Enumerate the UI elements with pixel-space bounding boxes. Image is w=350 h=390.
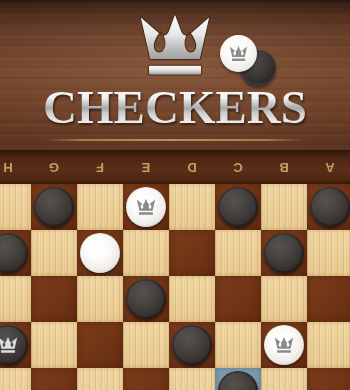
square-A-row4 xyxy=(307,322,350,368)
checkers-board xyxy=(0,184,350,390)
square-F-row2[interactable] xyxy=(77,230,123,276)
black-man[interactable] xyxy=(126,279,166,319)
square-D-row3 xyxy=(169,276,215,322)
square-D-row4[interactable] xyxy=(169,322,215,368)
black-man[interactable] xyxy=(310,187,350,227)
square-H-row2[interactable] xyxy=(0,230,31,276)
white-king[interactable] xyxy=(126,187,166,227)
file-label-H: H xyxy=(0,150,31,184)
crown-icon xyxy=(0,336,19,355)
square-G-row4 xyxy=(31,322,77,368)
square-B-row1 xyxy=(261,184,307,230)
crown-icon xyxy=(135,198,157,217)
file-labels-strip: HGFEDCBA xyxy=(0,150,350,184)
square-B-row3 xyxy=(261,276,307,322)
file-label-G: G xyxy=(31,150,77,184)
square-G-row1[interactable] xyxy=(31,184,77,230)
square-C-row1[interactable] xyxy=(215,184,261,230)
file-label-F: F xyxy=(77,150,123,184)
square-E-row4 xyxy=(123,322,169,368)
file-label-D: D xyxy=(169,150,215,184)
square-C-row4 xyxy=(215,322,261,368)
black-man[interactable] xyxy=(0,233,28,273)
file-label-C: C xyxy=(215,150,261,184)
square-G-row5[interactable] xyxy=(31,368,77,390)
square-F-row5 xyxy=(77,368,123,390)
title-underline xyxy=(45,139,305,141)
square-E-row3[interactable] xyxy=(123,276,169,322)
square-H-row5 xyxy=(0,368,31,390)
file-label-E: E xyxy=(123,150,169,184)
file-label-B: B xyxy=(261,150,307,184)
square-A-row3[interactable] xyxy=(307,276,350,322)
square-E-row5[interactable] xyxy=(123,368,169,390)
header: CHECKERS xyxy=(0,0,350,150)
game-title: CHECKERS xyxy=(0,84,350,131)
square-A-row5[interactable] xyxy=(307,368,350,390)
square-H-row1 xyxy=(0,184,31,230)
square-D-row5 xyxy=(169,368,215,390)
square-C-row5[interactable] xyxy=(215,368,261,390)
square-F-row1 xyxy=(77,184,123,230)
square-F-row4[interactable] xyxy=(77,322,123,368)
crown-icon xyxy=(228,45,249,63)
square-A-row2 xyxy=(307,230,350,276)
square-F-row3 xyxy=(77,276,123,322)
square-C-row2 xyxy=(215,230,261,276)
square-B-row5 xyxy=(261,368,307,390)
crown-icon xyxy=(133,10,217,84)
crown-icon xyxy=(273,336,295,355)
black-man[interactable] xyxy=(218,371,258,390)
file-label-A: A xyxy=(307,150,350,184)
square-A-row1[interactable] xyxy=(307,184,350,230)
white-man[interactable] xyxy=(80,233,120,273)
black-king[interactable] xyxy=(0,325,28,365)
square-C-row3[interactable] xyxy=(215,276,261,322)
black-man[interactable] xyxy=(172,325,212,365)
white-king[interactable] xyxy=(264,325,304,365)
square-B-row2[interactable] xyxy=(261,230,307,276)
square-H-row4[interactable] xyxy=(0,322,31,368)
square-G-row2 xyxy=(31,230,77,276)
black-man[interactable] xyxy=(264,233,304,273)
square-D-row2[interactable] xyxy=(169,230,215,276)
black-man[interactable] xyxy=(218,187,258,227)
square-B-row4[interactable] xyxy=(261,322,307,368)
square-H-row3 xyxy=(0,276,31,322)
square-D-row1 xyxy=(169,184,215,230)
square-E-row2 xyxy=(123,230,169,276)
black-man[interactable] xyxy=(34,187,74,227)
square-G-row3[interactable] xyxy=(31,276,77,322)
white-king-checker-logo-piece xyxy=(220,35,257,72)
square-E-row1[interactable] xyxy=(123,184,169,230)
